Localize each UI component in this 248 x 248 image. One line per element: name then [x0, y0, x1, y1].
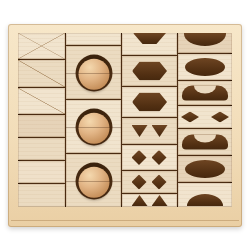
block-ball-arch: [66, 46, 121, 99]
block-lens: [178, 54, 232, 80]
wooden-ball: [78, 166, 109, 197]
column-arch-blocks-with-balls: [66, 33, 121, 207]
block-diagonal: [18, 88, 65, 114]
block-plank: [18, 115, 65, 137]
cutout-half-hexagon: [133, 33, 166, 44]
cutout-hexagon: [132, 62, 167, 81]
block-diagonal: [18, 60, 65, 87]
block-chevron-down: [122, 118, 177, 144]
block-diamond-pair: [122, 171, 177, 193]
block-dome-up: [178, 183, 232, 207]
block-ball-arch: [66, 100, 121, 153]
cutout-bowl: [184, 33, 226, 46]
cutout-diamond: [132, 150, 147, 165]
block-diamond-pair: [122, 145, 177, 170]
column-hexagon-and-diamond-cutouts: [122, 33, 177, 207]
wooden-ball: [78, 112, 109, 143]
cutout-lens: [185, 58, 225, 76]
block-hexagon: [122, 87, 177, 117]
block-ball-arch: [66, 154, 121, 207]
product-photo-canvas: [0, 0, 248, 248]
cutout-triangle-down: [132, 125, 148, 137]
block-chevron-up: [122, 194, 177, 207]
block-wave-bump: [178, 129, 232, 155]
block-wave-bump: [178, 81, 232, 105]
cutout-triangle-up: [152, 195, 168, 206]
cutout-diamond: [152, 150, 167, 165]
cutout-diamond: [132, 175, 147, 190]
wooden-tray-frame: [8, 24, 242, 227]
block-plank: [18, 184, 65, 207]
block-seam: [66, 181, 121, 182]
block-diagonal-x: [18, 33, 65, 59]
cutout-lens: [185, 160, 225, 178]
cutout-triangle-up: [132, 195, 148, 206]
block-seam: [66, 73, 121, 74]
column-triangle-prisms-and-planks: [18, 33, 65, 207]
block-lens: [178, 156, 232, 182]
block-plank: [66, 33, 121, 45]
block-plank: [18, 138, 65, 160]
cutout-triangle-down: [152, 125, 168, 137]
cutout-wave: [182, 86, 228, 101]
block-plank: [18, 161, 65, 183]
cutout-wave: [182, 135, 228, 150]
column-wave-and-lens-cutouts: [178, 33, 232, 207]
block-seam: [66, 127, 121, 128]
block-hexagon: [122, 56, 177, 86]
cutout-dome: [187, 194, 223, 206]
cutout-hexagon: [132, 93, 167, 112]
cutout-diamond: [152, 175, 167, 190]
cutout-pointed-oval: [181, 112, 199, 123]
block-notch-bowl-top: [178, 33, 232, 53]
block-notch-hex-top: [122, 33, 177, 55]
blocks-board: [18, 33, 232, 207]
cutout-pointed-oval: [211, 112, 229, 123]
block-diamond-lens-pair: [178, 106, 232, 128]
wooden-ball: [78, 58, 109, 89]
